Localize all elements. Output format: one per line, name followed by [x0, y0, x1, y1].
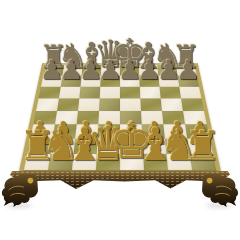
- square-f6[interactable]: [140, 87, 161, 99]
- square-b5[interactable]: [57, 98, 79, 111]
- claw-foot-right-icon: [201, 173, 239, 207]
- piece-white-rook[interactable]: ♜: [184, 125, 220, 166]
- square-a6[interactable]: [39, 87, 61, 99]
- square-a5[interactable]: [36, 98, 59, 111]
- square-e6[interactable]: [120, 87, 140, 99]
- square-g6[interactable]: [160, 87, 182, 99]
- square-h5[interactable]: [181, 98, 204, 111]
- square-e5[interactable]: [120, 98, 141, 111]
- square-d6[interactable]: [100, 87, 120, 99]
- square-f5[interactable]: [140, 98, 162, 111]
- square-c6[interactable]: [79, 87, 100, 99]
- square-b6[interactable]: [59, 87, 81, 99]
- square-g5[interactable]: [161, 98, 183, 111]
- square-h6[interactable]: [179, 87, 201, 99]
- square-c5[interactable]: [78, 98, 100, 111]
- board-apron: [10, 171, 230, 191]
- claw-foot-left-icon: [1, 173, 39, 207]
- square-d5[interactable]: [99, 98, 120, 111]
- chess-set-photo: ♜♞♝♛♚♝♞♜♟♟♟♟♟♟♟♟♟♟♟♟♟♟♟♟♜♞♝♛♚♝♞♜: [0, 0, 240, 240]
- piece-black-pawn[interactable]: ♟: [176, 56, 200, 83]
